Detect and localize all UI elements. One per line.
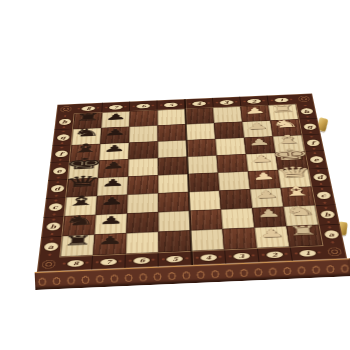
square-c5[interactable] [158,192,189,212]
piece-black-pawn[interactable]: ♟ [102,144,126,154]
coordinate-medallion: 1 [299,249,317,256]
piece-white-rook[interactable]: ♜ [269,104,297,115]
square-a3[interactable] [222,228,256,250]
piece-white-pawn[interactable]: ♟ [243,106,267,115]
square-h4[interactable] [185,108,214,124]
coordinate-medallion: 2 [247,99,261,104]
square-b4[interactable] [190,209,223,230]
square-f7[interactable]: ♟ [99,143,129,161]
coordinate-medallion: 5 [167,255,184,262]
square-g4[interactable] [186,123,215,140]
square-d6[interactable] [128,175,159,194]
coordinate-medallion: f [306,139,320,146]
coordinate-medallion: e [309,156,323,163]
coordinate-medallion: 4 [192,101,206,106]
piece-black-knight[interactable]: ♞ [72,127,102,139]
square-a7[interactable]: ♟ [93,233,126,255]
piece-white-pawn[interactable]: ♟ [253,189,279,200]
piece-black-pawn[interactable]: ♟ [97,234,124,246]
square-e4[interactable] [187,155,218,174]
coordinate-medallion: g [56,134,69,141]
piece-white-pawn[interactable]: ♟ [258,227,285,239]
playing-area: ♜♟♟♜♞♟♟♞♝♟♟♝♚♟♟♚♛♟♟♛♝♟♟♝♞♟♟♞♜♟♟♜ [60,104,322,256]
square-g3[interactable] [214,122,244,139]
square-b3[interactable] [221,208,255,229]
coordinate-medallion: 8 [67,260,84,267]
coordinate-medallion: a [43,243,58,252]
square-d5[interactable] [158,174,189,193]
square-f4[interactable] [187,139,217,157]
piece-black-rook[interactable]: ♜ [74,112,101,123]
square-h5[interactable] [158,109,186,126]
rail-segment: d [46,179,68,198]
square-b5[interactable] [158,211,190,232]
rail-segment: 2 [257,247,292,263]
rail-segment: 7 [91,254,125,270]
coordinate-medallion: 6 [137,103,151,108]
rail-segment: 8 [59,255,92,271]
rail-segment: c [311,186,335,206]
piece-white-bishop[interactable]: ♝ [271,133,304,146]
rail-segment: 6 [125,252,158,268]
corner-ornament [322,244,347,259]
coordinate-medallion: c [48,203,62,211]
coordinate-medallion: 3 [233,252,250,259]
piece-black-pawn[interactable]: ♟ [104,112,127,121]
rail-segment: h [54,114,74,130]
board-perspective-wrapper: 87654321 87654321 hgfedcba hgfedcba ♜♟♟♜… [42,28,334,320]
square-g6[interactable] [129,126,158,143]
square-a1[interactable]: ♜ [286,225,322,247]
square-d4[interactable] [188,173,219,192]
board-orientation-wrapper: 87654321 87654321 hgfedcba hgfedcba ♜♟♟♜… [0,0,350,350]
square-a8[interactable]: ♜ [60,235,94,257]
piece-white-pawn[interactable]: ♟ [245,122,269,131]
square-b7[interactable]: ♟ [94,214,127,235]
coordinate-medallion: b [46,222,61,231]
square-d7[interactable]: ♟ [97,177,128,196]
square-c2[interactable]: ♟ [250,188,283,208]
square-e7[interactable]: ♟ [98,159,128,178]
square-b6[interactable] [126,212,158,233]
square-c3[interactable] [219,189,252,209]
piece-black-bishop[interactable]: ♝ [64,194,98,209]
square-a6[interactable] [126,232,159,254]
piece-black-pawn[interactable]: ♟ [101,160,125,170]
piece-white-pawn[interactable]: ♟ [247,137,272,147]
square-h7[interactable]: ♟ [101,111,130,128]
square-d3[interactable] [218,171,250,190]
square-e5[interactable] [158,157,188,176]
rail-segment: a [318,224,344,245]
coordinate-medallion: 7 [109,105,123,110]
coordinate-medallion: 6 [134,257,151,264]
square-f2[interactable]: ♟ [244,136,275,154]
coordinate-medallion: 7 [100,258,117,265]
piece-white-knight[interactable]: ♞ [283,204,317,218]
piece-black-pawn[interactable]: ♟ [103,128,126,137]
square-e3[interactable] [217,154,248,173]
piece-white-pawn[interactable]: ♟ [251,171,277,181]
coordinate-medallion: 5 [164,102,178,107]
square-c7[interactable]: ♟ [96,195,128,215]
piece-black-rook[interactable]: ♜ [62,234,94,248]
coordinate-medallion: f [54,150,67,157]
coordinate-medallion: 1 [274,97,288,102]
rail-segment: b [41,216,64,237]
coordinate-medallion: d [50,185,64,193]
square-a2[interactable]: ♟ [254,226,289,248]
square-e6[interactable] [128,158,158,177]
coordinate-medallion: d [312,173,327,181]
square-f5[interactable] [158,140,187,158]
square-a4[interactable] [190,229,224,251]
rail-segment: 5 [158,251,191,267]
square-h6[interactable] [129,110,157,127]
square-g7[interactable]: ♟ [100,127,129,144]
square-b2[interactable]: ♟ [252,207,286,228]
square-h3[interactable] [213,107,242,123]
square-g5[interactable] [158,124,187,141]
square-e8[interactable]: ♚ [68,161,99,180]
rail-segment: h [296,103,318,119]
piece-white-rook[interactable]: ♜ [287,224,320,238]
coordinate-medallion: b [320,211,335,219]
rail-segment: a [39,236,63,258]
square-h2[interactable]: ♟ [240,105,270,121]
coordinate-medallion: 4 [200,254,217,261]
coordinate-medallion: c [316,192,331,200]
chess-board: 87654321 87654321 hgfedcba hgfedcba ♜♟♟♜… [37,94,347,272]
rail-segment: b [315,204,340,224]
coordinate-medallion: 3 [219,100,233,105]
piece-white-pawn[interactable]: ♟ [255,208,282,219]
square-f3[interactable] [215,138,246,156]
coordinate-medallion: a [323,230,339,239]
square-c6[interactable] [127,193,158,213]
rail-segment: 1 [289,245,325,261]
square-c4[interactable] [189,191,221,211]
rail-segment: 3 [224,248,259,264]
coordinate-medallion: h [58,118,71,125]
product-photo-scene: 87654321 87654321 hgfedcba hgfedcba ♜♟♟♜… [0,0,350,350]
rail-segment: 4 [191,250,225,266]
piece-white-queen[interactable]: ♛ [274,165,313,181]
square-a5[interactable] [158,230,191,252]
coordinate-medallion: h [300,108,313,115]
piece-white-knight[interactable]: ♞ [270,118,301,130]
rail-segment: c [44,197,67,217]
square-f6[interactable] [129,141,158,159]
coordinate-medallion: 8 [81,106,95,111]
piece-black-pawn[interactable]: ♟ [99,196,124,207]
square-e1[interactable]: ♚ [275,152,308,170]
piece-black-pawn[interactable]: ♟ [100,178,125,189]
coordinate-medallion: g [303,123,317,130]
square-g2[interactable]: ♟ [242,121,273,138]
coordinate-medallion: 2 [266,251,283,258]
corner-ornament [37,257,61,272]
piece-black-pawn[interactable]: ♟ [98,215,124,226]
